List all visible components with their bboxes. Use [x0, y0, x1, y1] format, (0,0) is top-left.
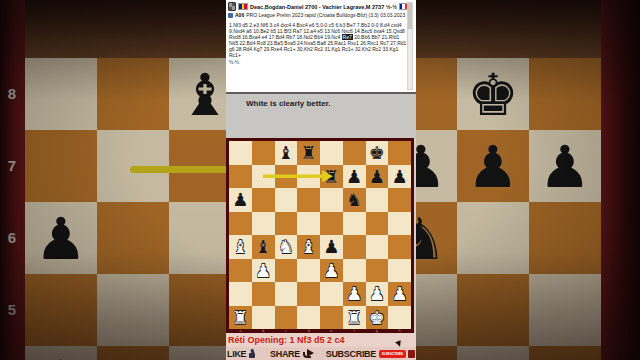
square-g7-bg: ♟: [457, 130, 529, 202]
background-move-arrow: [130, 166, 226, 173]
square-b4-bg: ♝: [97, 346, 169, 360]
square-g6-bg: [457, 202, 529, 274]
scrollbar-thumb[interactable]: [408, 3, 412, 29]
game-header: Deac,Bogdan-Daniel 2700 - Vachier Lagrav…: [226, 0, 416, 11]
square-h4-bg: [529, 346, 601, 360]
piece-black-pawn: ♟: [457, 130, 529, 204]
eco-icon: [228, 13, 233, 18]
square-b8-bg: [97, 58, 169, 130]
square-g5-bg: [457, 274, 529, 346]
piece-black-bishop: ♝: [97, 346, 169, 360]
background-board-right-border: [601, 0, 640, 360]
square-b6-bg: [97, 202, 169, 274]
video-frame: ♝♜♚♜♟♟♟♟♞♝♝♞♝♟♟♟♟♟♟♜♜♚ 8765 Deac,Bogdan-…: [0, 0, 640, 360]
square-b5-bg: [97, 274, 169, 346]
square-h7-bg: ♟: [529, 130, 601, 202]
subscribe-label[interactable]: SUBSCRIBE: [326, 349, 376, 359]
thumbs-up-icon[interactable]: [249, 349, 258, 358]
notation-scrollbar[interactable]: [407, 2, 413, 90]
video-strip[interactable]: Deac,Bogdan-Daniel 2700 - Vachier Lagrav…: [226, 0, 416, 360]
players-title: Deac,Bogdan-Daniel 2700 - Vachier Lagrav…: [250, 4, 397, 10]
bg-rank-label-6: 6: [2, 229, 22, 246]
piece-white-bishop: ♝: [25, 346, 97, 360]
bg-rank-label-7: 7: [2, 157, 22, 174]
square-h8-bg: [529, 58, 601, 130]
move-list: 1.Nf3 d5 2.e3 Nf6 3.c4 dxc4 4.Bxc4 e6 5.…: [229, 22, 407, 65]
square-g8-bg: ♚: [457, 58, 529, 130]
piece-black-pawn: ♟: [25, 202, 97, 276]
square-a5-bg: [25, 274, 97, 346]
romania-flag-icon: [238, 3, 248, 10]
opening-strip: Réti Opening: 1 Nf3 d5 2 c4: [226, 333, 416, 347]
square-g4-bg: [457, 346, 529, 360]
youtube-red-icon[interactable]: [408, 350, 415, 358]
square-h6-bg: [529, 202, 601, 274]
share-button[interactable]: SHARE: [270, 349, 300, 359]
last-move-arrow: [229, 141, 411, 329]
square-a4-bg: ♝: [25, 346, 97, 360]
square-a7-bg: [25, 130, 97, 202]
chessboard-frame: ♝♜♚♜♟♟♟♟♞♝♝♞♝♟♟♟♟♟♟♜♜♚ abcdefgh: [226, 138, 414, 333]
event-title: PRO League Prelim 2023 rapid (Croatia Bu…: [246, 12, 405, 18]
piece-black-pawn: ♟: [529, 130, 601, 204]
event-header: A06 PRO League Prelim 2023 rapid (Croati…: [226, 11, 416, 18]
evaluation-text: White is clearly better.: [226, 94, 416, 108]
bg-rank-label-8: 8: [2, 85, 22, 102]
like-button[interactable]: LIKE: [227, 349, 246, 359]
bg-rank-label-5: 5: [2, 301, 22, 318]
board-right-rail: [414, 138, 416, 333]
piece-black-king: ♚: [457, 58, 529, 132]
square-h5-bg: [529, 274, 601, 346]
chessbase-icon: [228, 2, 236, 11]
square-a8-bg: [25, 58, 97, 130]
eco-code: A06: [235, 12, 244, 18]
share-arrow-icon[interactable]: [303, 349, 314, 358]
cta-bar: LIKE SHARE SUBSCRIBE SUBSCRIBE: [226, 347, 416, 360]
opening-name: Réti Opening: 1 Nf3 d5 2 c4: [226, 333, 416, 347]
evaluation-panel: White is clearly better.: [226, 94, 416, 138]
game-result: ½-½: [229, 59, 407, 65]
subscribe-button[interactable]: SUBSCRIBE: [379, 350, 406, 358]
square-a6-bg: ♟: [25, 202, 97, 274]
